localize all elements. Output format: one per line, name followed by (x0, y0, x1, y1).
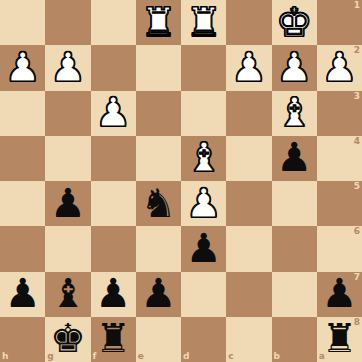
square-e3[interactable] (136, 91, 181, 136)
black-king[interactable]: ♚ (50, 318, 86, 358)
square-f3[interactable]: ♟ (91, 91, 136, 136)
white-rook[interactable]: ♜ (140, 2, 176, 42)
square-c2[interactable]: ♟ (226, 45, 271, 90)
square-g1[interactable] (45, 0, 90, 45)
square-e2[interactable] (136, 45, 181, 90)
square-d6[interactable]: ♟ (181, 226, 226, 271)
square-a3[interactable]: 3 (317, 91, 362, 136)
square-d2[interactable] (181, 45, 226, 90)
rank-label-3: 3 (354, 92, 360, 101)
square-d1[interactable]: ♜ (181, 0, 226, 45)
square-a7[interactable]: 7♟ (317, 272, 362, 317)
white-pawn[interactable]: ♟ (50, 47, 86, 87)
square-g7[interactable]: ♝ (45, 272, 90, 317)
square-e5[interactable]: ♞ (136, 181, 181, 226)
rank-label-1: 1 (354, 1, 360, 10)
square-h2[interactable]: ♟ (0, 45, 45, 90)
square-b5[interactable] (272, 181, 317, 226)
rank-label-4: 4 (354, 137, 360, 146)
rank-label-5: 5 (354, 182, 360, 191)
square-h3[interactable] (0, 91, 45, 136)
square-a2[interactable]: 2♟ (317, 45, 362, 90)
black-pawn[interactable]: ♟ (321, 273, 357, 313)
square-g3[interactable] (45, 91, 90, 136)
square-b6[interactable] (272, 226, 317, 271)
white-pawn[interactable]: ♟ (321, 47, 357, 87)
square-h6[interactable] (0, 226, 45, 271)
square-d7[interactable] (181, 272, 226, 317)
square-e7[interactable]: ♟ (136, 272, 181, 317)
white-pawn[interactable]: ♟ (231, 47, 267, 87)
black-knight[interactable]: ♞ (140, 183, 176, 223)
square-a6[interactable]: 6 (317, 226, 362, 271)
square-d5[interactable]: ♟ (181, 181, 226, 226)
square-e8[interactable]: e (136, 317, 181, 362)
square-b8[interactable]: b (272, 317, 317, 362)
square-c4[interactable] (226, 136, 271, 181)
white-rook[interactable]: ♜ (186, 2, 222, 42)
square-g8[interactable]: g♚ (45, 317, 90, 362)
white-pawn[interactable]: ♟ (5, 47, 41, 87)
file-label-h: h (2, 352, 8, 361)
square-g6[interactable] (45, 226, 90, 271)
square-g5[interactable]: ♟ (45, 181, 90, 226)
square-a5[interactable]: 5 (317, 181, 362, 226)
black-rook[interactable]: ♜ (321, 318, 357, 358)
square-d8[interactable]: d (181, 317, 226, 362)
square-f1[interactable] (91, 0, 136, 45)
square-a8[interactable]: 8a♜ (317, 317, 362, 362)
chess-board: ♜♜♚1♟♟♟♟2♟♟♝3♝♟4♟♞♟5♟6♟♝♟♟7♟hg♚f♜edcb8a♜ (0, 0, 362, 362)
black-pawn[interactable]: ♟ (140, 273, 176, 313)
square-e4[interactable] (136, 136, 181, 181)
square-f6[interactable] (91, 226, 136, 271)
square-d4[interactable]: ♝ (181, 136, 226, 181)
square-c1[interactable] (226, 0, 271, 45)
square-b2[interactable]: ♟ (272, 45, 317, 90)
square-e1[interactable]: ♜ (136, 0, 181, 45)
file-label-d: d (183, 352, 189, 361)
file-label-b: b (274, 352, 280, 361)
square-g4[interactable] (45, 136, 90, 181)
black-bishop[interactable]: ♝ (50, 273, 86, 313)
white-pawn[interactable]: ♟ (276, 47, 312, 87)
black-pawn[interactable]: ♟ (95, 273, 131, 313)
square-h1[interactable] (0, 0, 45, 45)
square-b7[interactable] (272, 272, 317, 317)
square-f5[interactable] (91, 181, 136, 226)
square-f8[interactable]: f♜ (91, 317, 136, 362)
black-pawn[interactable]: ♟ (186, 228, 222, 268)
square-h4[interactable] (0, 136, 45, 181)
square-a1[interactable]: 1 (317, 0, 362, 45)
black-pawn[interactable]: ♟ (50, 183, 86, 223)
square-c6[interactable] (226, 226, 271, 271)
file-label-c: c (228, 352, 233, 361)
black-pawn[interactable]: ♟ (5, 273, 41, 313)
square-e6[interactable] (136, 226, 181, 271)
black-pawn[interactable]: ♟ (276, 137, 312, 177)
square-b4[interactable]: ♟ (272, 136, 317, 181)
black-rook[interactable]: ♜ (95, 318, 131, 358)
square-c8[interactable]: c (226, 317, 271, 362)
white-bishop[interactable]: ♝ (186, 137, 222, 177)
white-bishop[interactable]: ♝ (276, 92, 312, 132)
file-label-e: e (138, 352, 144, 361)
square-c5[interactable] (226, 181, 271, 226)
square-h7[interactable]: ♟ (0, 272, 45, 317)
white-pawn[interactable]: ♟ (95, 92, 131, 132)
square-h5[interactable] (0, 181, 45, 226)
square-d3[interactable] (181, 91, 226, 136)
square-c7[interactable] (226, 272, 271, 317)
white-king[interactable]: ♚ (276, 2, 312, 42)
square-f7[interactable]: ♟ (91, 272, 136, 317)
square-a4[interactable]: 4 (317, 136, 362, 181)
rank-label-6: 6 (354, 227, 360, 236)
square-f2[interactable] (91, 45, 136, 90)
square-c3[interactable] (226, 91, 271, 136)
square-b1[interactable]: ♚ (272, 0, 317, 45)
square-h8[interactable]: h (0, 317, 45, 362)
white-pawn[interactable]: ♟ (186, 183, 222, 223)
square-f4[interactable] (91, 136, 136, 181)
square-g2[interactable]: ♟ (45, 45, 90, 90)
square-b3[interactable]: ♝ (272, 91, 317, 136)
